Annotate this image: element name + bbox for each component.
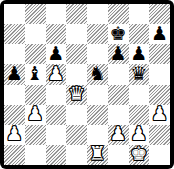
square-a6: [4, 44, 25, 64]
square-b3: ♟: [25, 105, 46, 125]
square-h7: ♟: [149, 24, 170, 44]
piece-white-pawn: ♟: [6, 125, 23, 144]
piece-white-pawn: ♟: [151, 105, 168, 124]
square-h4: [149, 85, 170, 105]
piece-black-pawn: ♟: [110, 44, 127, 63]
square-c1: [46, 145, 67, 165]
square-g2: ♟: [129, 125, 150, 145]
square-f7: ♚: [108, 24, 129, 44]
square-e7: [87, 24, 108, 44]
square-a1: [4, 145, 25, 165]
square-c2: [46, 125, 67, 145]
piece-black-king: ♚: [110, 24, 127, 43]
square-d4: ♛: [66, 85, 87, 105]
square-f3: [108, 105, 129, 125]
square-f6: ♟: [108, 44, 129, 64]
square-a7: [4, 24, 25, 44]
piece-black-bishop: ♝: [27, 64, 44, 83]
square-b2: [25, 125, 46, 145]
piece-black-pawn: ♟: [151, 24, 168, 43]
square-h2: [149, 125, 170, 145]
square-e4: [87, 85, 108, 105]
square-b1: [25, 145, 46, 165]
piece-white-pawn: ♟: [110, 125, 127, 144]
square-e8: [87, 4, 108, 24]
square-g7: [129, 24, 150, 44]
square-h8: [149, 4, 170, 24]
square-b4: [25, 85, 46, 105]
piece-white-king: ♚: [130, 145, 147, 164]
square-f2: ♟: [108, 125, 129, 145]
square-e1: ♜: [87, 145, 108, 165]
square-d7: [66, 24, 87, 44]
piece-white-pawn: ♟: [27, 105, 44, 124]
square-b7: [25, 24, 46, 44]
square-e3: [87, 105, 108, 125]
square-e2: [87, 125, 108, 145]
square-a4: [4, 85, 25, 105]
piece-white-queen: ♛: [68, 85, 85, 104]
square-c4: [46, 85, 67, 105]
square-c8: [46, 4, 67, 24]
square-d5: [66, 64, 87, 84]
square-d6: [66, 44, 87, 64]
square-e6: [87, 44, 108, 64]
square-d1: [66, 145, 87, 165]
piece-black-pawn: ♟: [47, 44, 64, 63]
piece-black-pawn: ♟: [130, 44, 147, 63]
square-c5: ♟: [46, 64, 67, 84]
square-g6: ♟: [129, 44, 150, 64]
piece-white-pawn: ♟: [47, 64, 64, 83]
piece-white-rook: ♜: [89, 145, 106, 164]
chess-board: ♚♟♟♟♟♟♝♟♞♛♛♟♟♟♟♟♜♚: [4, 4, 170, 165]
square-h5: [149, 64, 170, 84]
piece-black-queen: ♛: [130, 64, 147, 83]
square-g3: [129, 105, 150, 125]
square-f8: [108, 4, 129, 24]
square-b5: ♝: [25, 64, 46, 84]
square-c3: [46, 105, 67, 125]
square-c6: ♟: [46, 44, 67, 64]
square-d2: [66, 125, 87, 145]
piece-black-pawn: ♟: [6, 64, 23, 83]
square-f5: [108, 64, 129, 84]
piece-black-knight: ♞: [89, 64, 106, 83]
square-a8: [4, 4, 25, 24]
square-a3: [4, 105, 25, 125]
square-c7: [46, 24, 67, 44]
square-g1: ♚: [129, 145, 150, 165]
square-a2: ♟: [4, 125, 25, 145]
square-f4: [108, 85, 129, 105]
square-g4: [129, 85, 150, 105]
square-g8: [129, 4, 150, 24]
square-h3: ♟: [149, 105, 170, 125]
square-e5: ♞: [87, 64, 108, 84]
square-f1: [108, 145, 129, 165]
square-d3: [66, 105, 87, 125]
piece-white-pawn: ♟: [130, 125, 147, 144]
square-h1: [149, 145, 170, 165]
square-h6: [149, 44, 170, 64]
square-b8: [25, 4, 46, 24]
square-b6: [25, 44, 46, 64]
square-a5: ♟: [4, 64, 25, 84]
chess-board-frame: ♚♟♟♟♟♟♝♟♞♛♛♟♟♟♟♟♜♚: [0, 0, 174, 169]
square-d8: [66, 4, 87, 24]
square-g5: ♛: [129, 64, 150, 84]
